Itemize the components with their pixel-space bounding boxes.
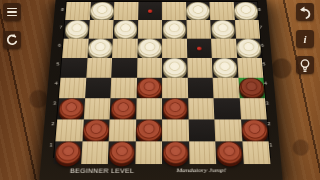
rank-label-4: 4 [261,81,271,86]
level-label: BEGINNER LEVEL [67,167,137,175]
square-C7[interactable] [186,20,211,39]
square-H5[interactable] [61,58,88,78]
checkers-board: 8877665544332211 HGFEDCBA BEGINNER LEVEL… [39,0,283,180]
square-H6[interactable] [62,39,88,58]
red-piece-E2[interactable] [136,119,162,141]
square-C5[interactable] [187,58,213,78]
white-piece-H7[interactable] [64,20,89,39]
white-piece-G6[interactable] [88,39,113,58]
jump-target-dot-C6 [196,46,201,50]
square-H1[interactable] [54,141,82,164]
white-piece-D7[interactable] [162,20,186,39]
rank-label-4: 4 [52,81,62,86]
white-piece-C8[interactable] [186,2,210,20]
square-F6[interactable] [112,39,137,58]
white-piece-E6[interactable] [137,39,161,58]
rank-label-7: 7 [56,25,65,29]
square-D6[interactable] [162,39,187,58]
square-H3[interactable] [57,98,84,119]
white-piece-A6[interactable] [236,39,261,58]
lightbulb-icon [298,58,312,73]
square-G1[interactable] [81,141,109,164]
square-B7[interactable] [210,20,235,39]
square-B5[interactable] [212,58,238,78]
square-C2[interactable] [188,119,215,141]
square-G6[interactable] [87,39,113,58]
square-G2[interactable] [82,119,110,141]
square-C8[interactable] [186,2,211,20]
red-piece-F1[interactable] [108,141,135,164]
square-A6[interactable] [236,39,262,58]
white-piece-D5[interactable] [162,58,186,78]
square-G4[interactable] [85,78,112,99]
square-D4[interactable] [162,78,188,99]
red-piece-E4[interactable] [137,78,162,99]
square-E1[interactable] [135,141,162,164]
square-F1[interactable] [108,141,136,164]
hint-button[interactable] [296,56,314,74]
jump-target-dot-E8 [147,9,152,12]
square-A7[interactable] [234,20,260,39]
square-B1[interactable] [215,141,243,164]
square-C3[interactable] [188,98,215,119]
square-E4[interactable] [136,78,162,99]
rank-label-7: 7 [256,25,265,29]
red-piece-H1[interactable] [54,141,82,164]
rank-label-5: 5 [53,62,62,67]
app-screen: 8877665544332211 HGFEDCBA BEGINNER LEVEL… [0,0,320,180]
info-icon: i [303,34,306,45]
rank-label-2: 2 [48,121,58,126]
square-G5[interactable] [86,58,112,78]
menu-button[interactable] [3,3,21,21]
rank-label-2: 2 [264,121,274,126]
square-C6[interactable] [186,39,211,58]
square-G7[interactable] [88,20,113,39]
board-grid[interactable] [53,1,271,158]
square-D3[interactable] [162,98,188,119]
rank-label-6: 6 [55,43,64,47]
red-piece-D3[interactable] [162,98,187,119]
mandatory-jump-message: Mandatory Jump! [168,167,236,175]
square-B3[interactable] [213,98,240,119]
square-F7[interactable] [113,20,138,39]
square-B8[interactable] [209,2,234,20]
square-H4[interactable] [59,78,86,99]
info-button[interactable]: i [296,30,314,48]
red-piece-G2[interactable] [83,119,110,141]
square-F2[interactable] [109,119,136,141]
restart-button[interactable] [3,31,21,49]
rank-label-8: 8 [255,7,264,11]
square-G8[interactable] [89,2,114,20]
square-H7[interactable] [64,20,90,39]
rank-label-6: 6 [258,43,267,47]
square-F4[interactable] [110,78,136,99]
square-E6[interactable] [137,39,162,58]
square-D7[interactable] [162,20,187,39]
rank-label-1: 1 [46,142,56,147]
rank-label-3: 3 [262,101,272,106]
square-D2[interactable] [162,119,189,141]
rank-label-1: 1 [266,142,276,147]
status-bar: BEGINNER LEVEL Mandatory Jump! [52,167,271,176]
square-E3[interactable] [136,98,162,119]
square-E7[interactable] [137,20,162,39]
square-B2[interactable] [214,119,242,141]
rank-label-8: 8 [58,7,67,11]
rank-label-5: 5 [259,62,268,67]
undo-curved-arrow-icon [298,5,312,19]
white-piece-B5[interactable] [212,58,237,78]
square-D8[interactable] [162,2,186,20]
square-C4[interactable] [187,78,213,99]
square-E5[interactable] [137,58,162,78]
red-piece-B1[interactable] [216,141,243,164]
square-H2[interactable] [55,119,83,141]
undo-button[interactable] [296,3,314,21]
square-F8[interactable] [114,2,139,20]
red-piece-D1[interactable] [162,141,188,164]
square-B6[interactable] [211,39,237,58]
square-D5[interactable] [162,58,187,78]
square-E2[interactable] [135,119,162,141]
square-H8[interactable] [65,2,90,20]
white-piece-G8[interactable] [90,2,114,20]
hamburger-icon [7,8,17,17]
red-piece-H3[interactable] [58,98,85,119]
white-piece-B7[interactable] [211,20,235,39]
white-piece-F7[interactable] [113,20,137,39]
square-D1[interactable] [162,141,189,164]
square-G3[interactable] [83,98,110,119]
restart-circular-arrow-icon [5,33,19,47]
red-piece-F3[interactable] [110,98,136,119]
square-E8[interactable] [138,2,162,20]
square-C1[interactable] [189,141,217,164]
square-F3[interactable] [110,98,137,119]
board-frame: 8877665544332211 HGFEDCBA BEGINNER LEVEL… [39,0,283,180]
square-B4[interactable] [213,78,240,99]
square-F5[interactable] [111,58,137,78]
rank-label-3: 3 [50,101,60,106]
